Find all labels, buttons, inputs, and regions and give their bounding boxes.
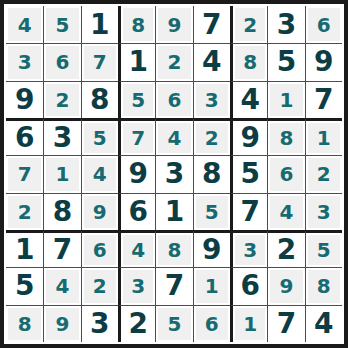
cell-r5c9: 2 xyxy=(305,155,342,192)
cell-r7c7: 3 xyxy=(230,230,267,267)
cell-r9c6: 6 xyxy=(193,305,230,342)
solved-digit: 4 xyxy=(123,235,153,265)
given-digit: 9 xyxy=(123,158,153,190)
solved-digit: 6 xyxy=(308,8,340,41)
given-digit: 6 xyxy=(8,123,41,153)
solved-digit: 2 xyxy=(196,123,228,153)
solved-digit: 7 xyxy=(8,158,41,190)
cell-r2c2: 6 xyxy=(43,43,80,80)
solved-digit: 9 xyxy=(46,308,78,340)
cell-r6c6: 5 xyxy=(193,193,230,230)
cell-r1c9: 6 xyxy=(305,6,342,43)
solved-digit: 1 xyxy=(308,123,340,153)
cell-r7c8: 2 xyxy=(267,230,304,267)
cell-r5c6: 8 xyxy=(193,155,230,192)
cell-r9c9: 4 xyxy=(305,305,342,342)
cell-r4c4: 7 xyxy=(118,118,155,155)
solved-digit: 8 xyxy=(235,46,265,78)
cell-r6c5: 1 xyxy=(155,193,192,230)
cell-r6c9: 3 xyxy=(305,193,342,230)
cell-r6c8: 4 xyxy=(267,193,304,230)
cell-r6c4: 6 xyxy=(118,193,155,230)
cell-r4c9: 1 xyxy=(305,118,342,155)
given-digit: 5 xyxy=(270,46,302,78)
solved-digit: 9 xyxy=(158,8,190,41)
given-digit: 6 xyxy=(123,196,153,228)
cell-r4c3: 5 xyxy=(81,118,118,155)
cell-r6c7: 7 xyxy=(230,193,267,230)
cell-r2c3: 7 xyxy=(81,43,118,80)
cell-r4c5: 4 xyxy=(155,118,192,155)
given-digit: 8 xyxy=(84,84,116,116)
cell-r1c7: 2 xyxy=(230,6,267,43)
solved-digit: 4 xyxy=(46,270,78,302)
cell-r2c5: 2 xyxy=(155,43,192,80)
solved-digit: 8 xyxy=(158,235,190,265)
solved-digit: 2 xyxy=(158,46,190,78)
cell-r8c9: 8 xyxy=(305,267,342,304)
given-digit: 3 xyxy=(84,308,116,340)
given-digit: 7 xyxy=(46,235,78,265)
solved-digit: 4 xyxy=(158,123,190,153)
given-digit: 4 xyxy=(235,84,265,116)
cell-r8c6: 1 xyxy=(193,267,230,304)
solved-digit: 8 xyxy=(8,308,41,340)
solved-digit: 3 xyxy=(308,196,340,228)
solved-digit: 1 xyxy=(196,270,228,302)
given-digit: 8 xyxy=(196,158,228,190)
cell-r3c5: 6 xyxy=(155,81,192,118)
given-digit: 7 xyxy=(235,196,265,228)
given-digit: 2 xyxy=(123,308,153,340)
solved-digit: 1 xyxy=(46,158,78,190)
solved-digit: 8 xyxy=(308,270,340,302)
solved-digit: 2 xyxy=(8,196,41,228)
given-digit: 3 xyxy=(46,123,78,153)
cell-r5c7: 5 xyxy=(230,155,267,192)
cell-r9c3: 3 xyxy=(81,305,118,342)
solved-digit: 2 xyxy=(46,84,78,116)
given-digit: 9 xyxy=(235,123,265,153)
cell-r5c1: 7 xyxy=(6,155,43,192)
solved-digit: 3 xyxy=(235,235,265,265)
cell-r4c8: 8 xyxy=(267,118,304,155)
solved-digit: 7 xyxy=(123,123,153,153)
solved-digit: 9 xyxy=(84,196,116,228)
solved-digit: 1 xyxy=(270,84,302,116)
solved-digit: 3 xyxy=(196,84,228,116)
cell-r9c8: 7 xyxy=(267,305,304,342)
cell-r6c2: 8 xyxy=(43,193,80,230)
given-digit: 4 xyxy=(308,308,340,340)
solved-digit: 5 xyxy=(308,235,340,265)
cell-r3c7: 4 xyxy=(230,81,267,118)
solved-digit: 8 xyxy=(270,123,302,153)
given-digit: 5 xyxy=(235,158,265,190)
cell-r2c4: 1 xyxy=(118,43,155,80)
cell-r7c2: 7 xyxy=(43,230,80,267)
cell-r1c3: 1 xyxy=(81,6,118,43)
given-digit: 4 xyxy=(196,46,228,78)
solved-digit: 3 xyxy=(8,46,41,78)
solved-digit: 6 xyxy=(196,308,228,340)
cell-r1c6: 7 xyxy=(193,6,230,43)
solved-digit: 4 xyxy=(8,8,41,41)
solved-digit: 4 xyxy=(84,158,116,190)
cell-r1c2: 5 xyxy=(43,6,80,43)
cell-r8c4: 3 xyxy=(118,267,155,304)
given-digit: 7 xyxy=(158,270,190,302)
cell-r9c1: 8 xyxy=(6,305,43,342)
cell-r2c9: 9 xyxy=(305,43,342,80)
cell-r6c3: 9 xyxy=(81,193,118,230)
given-digit: 6 xyxy=(235,270,265,302)
cell-r5c8: 6 xyxy=(267,155,304,192)
solved-digit: 4 xyxy=(270,196,302,228)
cell-r5c2: 1 xyxy=(43,155,80,192)
cell-r7c3: 6 xyxy=(81,230,118,267)
cell-r5c3: 4 xyxy=(81,155,118,192)
given-digit: 8 xyxy=(46,196,78,228)
cell-r8c7: 6 xyxy=(230,267,267,304)
cell-r4c1: 6 xyxy=(6,118,43,155)
solved-digit: 5 xyxy=(84,123,116,153)
given-digit: 7 xyxy=(196,8,228,41)
given-digit: 5 xyxy=(8,270,41,302)
cell-r3c4: 5 xyxy=(118,81,155,118)
cell-r7c4: 4 xyxy=(118,230,155,267)
solved-digit: 9 xyxy=(270,270,302,302)
cell-r4c6: 2 xyxy=(193,118,230,155)
cell-r3c9: 7 xyxy=(305,81,342,118)
cell-r8c8: 9 xyxy=(267,267,304,304)
cell-r1c8: 3 xyxy=(267,6,304,43)
solved-digit: 8 xyxy=(123,8,153,41)
solved-digit: 2 xyxy=(235,8,265,41)
cell-r8c3: 2 xyxy=(81,267,118,304)
cell-r2c1: 3 xyxy=(6,43,43,80)
cell-r9c5: 5 xyxy=(155,305,192,342)
sudoku-board: 4518972363671248599285634176357429817149… xyxy=(0,0,348,348)
solved-digit: 5 xyxy=(196,196,228,228)
cell-r3c8: 1 xyxy=(267,81,304,118)
cell-r3c3: 8 xyxy=(81,81,118,118)
cell-r7c6: 9 xyxy=(193,230,230,267)
given-digit: 9 xyxy=(8,84,41,116)
cell-r3c2: 2 xyxy=(43,81,80,118)
cell-r2c6: 4 xyxy=(193,43,230,80)
cell-r5c5: 3 xyxy=(155,155,192,192)
solved-digit: 5 xyxy=(158,308,190,340)
cell-r6c1: 2 xyxy=(6,193,43,230)
solved-digit: 6 xyxy=(158,84,190,116)
cell-r1c1: 4 xyxy=(6,6,43,43)
given-digit: 1 xyxy=(84,8,116,41)
cell-r9c4: 2 xyxy=(118,305,155,342)
cell-r7c1: 1 xyxy=(6,230,43,267)
solved-digit: 6 xyxy=(84,235,116,265)
cell-r3c1: 9 xyxy=(6,81,43,118)
given-digit: 9 xyxy=(196,235,228,265)
solved-digit: 6 xyxy=(270,158,302,190)
given-digit: 1 xyxy=(8,235,41,265)
solved-digit: 5 xyxy=(46,8,78,41)
cell-r8c1: 5 xyxy=(6,267,43,304)
cell-r9c2: 9 xyxy=(43,305,80,342)
cell-r1c5: 9 xyxy=(155,6,192,43)
cell-r2c8: 5 xyxy=(267,43,304,80)
given-digit: 3 xyxy=(158,158,190,190)
given-digit: 3 xyxy=(270,8,302,41)
solved-digit: 5 xyxy=(123,84,153,116)
cell-r2c7: 8 xyxy=(230,43,267,80)
cell-r7c9: 5 xyxy=(305,230,342,267)
given-digit: 7 xyxy=(308,84,340,116)
solved-digit: 1 xyxy=(235,308,265,340)
given-digit: 9 xyxy=(308,46,340,78)
given-digit: 1 xyxy=(123,46,153,78)
cell-r4c7: 9 xyxy=(230,118,267,155)
cell-r4c2: 3 xyxy=(43,118,80,155)
solved-digit: 3 xyxy=(123,270,153,302)
cell-r9c7: 1 xyxy=(230,305,267,342)
cell-r7c5: 8 xyxy=(155,230,192,267)
cell-r8c2: 4 xyxy=(43,267,80,304)
solved-digit: 2 xyxy=(84,270,116,302)
cell-r3c6: 3 xyxy=(193,81,230,118)
given-digit: 7 xyxy=(270,308,302,340)
given-digit: 1 xyxy=(158,196,190,228)
solved-digit: 2 xyxy=(308,158,340,190)
solved-digit: 6 xyxy=(46,46,78,78)
cell-r8c5: 7 xyxy=(155,267,192,304)
cell-r1c4: 8 xyxy=(118,6,155,43)
cell-r5c4: 9 xyxy=(118,155,155,192)
solved-digit: 7 xyxy=(84,46,116,78)
given-digit: 2 xyxy=(270,235,302,265)
